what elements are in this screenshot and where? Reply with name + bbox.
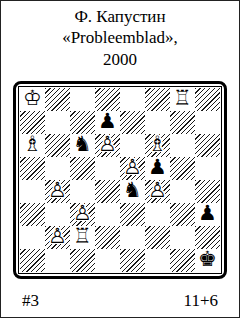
square-f5: ♟♟ bbox=[145, 157, 170, 180]
problem-diagram-page: Ф. Капустин «Probleemblad», 2000 ♚♔♜♖♟♟♝… bbox=[0, 0, 240, 318]
piece-black-knight-c6: ♞♞ bbox=[70, 134, 95, 157]
square-g1 bbox=[170, 249, 195, 272]
chess-board: ♚♔♜♖♟♟♝♗♞♞♟♙♝♗♟♙♟♟♟♙♞♞♟♙♟♙♟♟♟♙♜♖♚♚ bbox=[13, 81, 227, 279]
piece-white-pawn-e5: ♟♙ bbox=[120, 157, 145, 180]
square-e1 bbox=[120, 249, 145, 272]
square-e2 bbox=[120, 226, 145, 249]
material-count-label: 11+6 bbox=[184, 291, 218, 311]
piece-white-pawn-b2: ♟♙ bbox=[45, 226, 70, 249]
square-d4 bbox=[95, 180, 120, 203]
square-d6: ♟♙ bbox=[95, 134, 120, 157]
square-b8 bbox=[45, 88, 70, 111]
author-name: Ф. Капустин bbox=[1, 6, 239, 27]
square-b3 bbox=[45, 203, 70, 226]
square-g2 bbox=[170, 226, 195, 249]
square-h2 bbox=[195, 226, 220, 249]
piece-black-king-h1: ♚♚ bbox=[195, 249, 220, 272]
square-e6 bbox=[120, 134, 145, 157]
piece-white-pawn-b4: ♟♙ bbox=[45, 180, 70, 203]
square-c3: ♟♙ bbox=[70, 203, 95, 226]
piece-black-knight-e4: ♞♞ bbox=[120, 180, 145, 203]
piece-black-pawn-f5: ♟♟ bbox=[145, 157, 170, 180]
square-a1 bbox=[20, 249, 45, 272]
square-d2 bbox=[95, 226, 120, 249]
square-c8 bbox=[70, 88, 95, 111]
square-h1: ♚♚ bbox=[195, 249, 220, 272]
piece-white-rook-c2: ♜♖ bbox=[70, 226, 95, 249]
square-b6 bbox=[45, 134, 70, 157]
square-f4: ♟♙ bbox=[145, 180, 170, 203]
piece-white-bishop-f6: ♝♗ bbox=[145, 134, 170, 157]
square-f2 bbox=[145, 226, 170, 249]
square-h7 bbox=[195, 111, 220, 134]
square-g8: ♜♖ bbox=[170, 88, 195, 111]
board-grid: ♚♔♜♖♟♟♝♗♞♞♟♙♝♗♟♙♟♟♟♙♞♞♟♙♟♙♟♟♟♙♜♖♚♚ bbox=[20, 88, 220, 272]
piece-black-pawn-h3: ♟♟ bbox=[195, 203, 220, 226]
publication-year: 2000 bbox=[1, 49, 239, 70]
square-b4: ♟♙ bbox=[45, 180, 70, 203]
piece-white-king-a8: ♚♔ bbox=[20, 88, 45, 111]
square-f3 bbox=[145, 203, 170, 226]
piece-white-pawn-f4: ♟♙ bbox=[145, 180, 170, 203]
piece-white-pawn-d6: ♟♙ bbox=[95, 134, 120, 157]
piece-white-bishop-a6: ♝♗ bbox=[20, 134, 45, 157]
square-g7 bbox=[170, 111, 195, 134]
square-b1 bbox=[45, 249, 70, 272]
square-a3 bbox=[20, 203, 45, 226]
square-g4 bbox=[170, 180, 195, 203]
square-h6 bbox=[195, 134, 220, 157]
square-d5 bbox=[95, 157, 120, 180]
square-b2: ♟♙ bbox=[45, 226, 70, 249]
square-c5 bbox=[70, 157, 95, 180]
square-h3: ♟♟ bbox=[195, 203, 220, 226]
piece-black-pawn-d7: ♟♟ bbox=[95, 111, 120, 134]
square-h4 bbox=[195, 180, 220, 203]
square-f8 bbox=[145, 88, 170, 111]
problem-caption: Ф. Капустин «Probleemblad», 2000 bbox=[1, 6, 239, 70]
square-a2 bbox=[20, 226, 45, 249]
square-f6: ♝♗ bbox=[145, 134, 170, 157]
square-d7: ♟♟ bbox=[95, 111, 120, 134]
square-c7 bbox=[70, 111, 95, 134]
chess-board-inner-border: ♚♔♜♖♟♟♝♗♞♞♟♙♝♗♟♙♟♟♟♙♞♞♟♙♟♙♟♟♟♙♜♖♚♚ bbox=[18, 86, 222, 274]
piece-white-rook-g8: ♜♖ bbox=[170, 88, 195, 111]
square-d1 bbox=[95, 249, 120, 272]
square-c2: ♜♖ bbox=[70, 226, 95, 249]
square-e8 bbox=[120, 88, 145, 111]
square-a5 bbox=[20, 157, 45, 180]
square-g6 bbox=[170, 134, 195, 157]
square-a8: ♚♔ bbox=[20, 88, 45, 111]
square-b5 bbox=[45, 157, 70, 180]
square-e5: ♟♙ bbox=[120, 157, 145, 180]
piece-white-pawn-c3: ♟♙ bbox=[70, 203, 95, 226]
square-c6: ♞♞ bbox=[70, 134, 95, 157]
source-name: «Probleemblad», bbox=[1, 27, 239, 48]
square-d8 bbox=[95, 88, 120, 111]
square-a4 bbox=[20, 180, 45, 203]
square-e7 bbox=[120, 111, 145, 134]
square-h8 bbox=[195, 88, 220, 111]
square-a6: ♝♗ bbox=[20, 134, 45, 157]
diagram-footer: #3 11+6 bbox=[18, 291, 222, 311]
square-d3 bbox=[95, 203, 120, 226]
square-c1 bbox=[70, 249, 95, 272]
square-e3 bbox=[120, 203, 145, 226]
stipulation-label: #3 bbox=[22, 291, 39, 311]
square-a7 bbox=[20, 111, 45, 134]
square-b7 bbox=[45, 111, 70, 134]
square-h5 bbox=[195, 157, 220, 180]
square-c4 bbox=[70, 180, 95, 203]
square-f7 bbox=[145, 111, 170, 134]
square-g5 bbox=[170, 157, 195, 180]
square-g3 bbox=[170, 203, 195, 226]
square-f1 bbox=[145, 249, 170, 272]
square-e4: ♞♞ bbox=[120, 180, 145, 203]
